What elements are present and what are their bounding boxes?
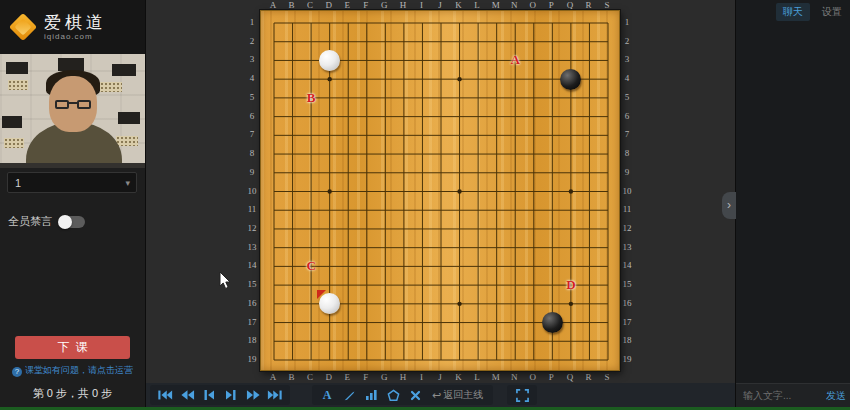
mouse-cursor <box>219 271 232 290</box>
coord-label: 13 <box>623 242 632 252</box>
coord-label: 11 <box>248 204 257 214</box>
help-link[interactable]: ?课堂如有问题，请点击运营 <box>0 364 145 377</box>
coord-label: 8 <box>625 148 630 158</box>
coord-label: J <box>438 0 442 10</box>
coord-label: F <box>363 372 368 382</box>
coord-label: 10 <box>248 186 257 196</box>
mute-all-label: 全员禁言 <box>8 214 52 229</box>
coord-label: 8 <box>250 148 255 158</box>
coord-label: 14 <box>248 260 257 270</box>
coord-label: 12 <box>248 223 257 233</box>
coord-label: 13 <box>248 242 257 252</box>
fullscreen-button[interactable] <box>511 386 533 404</box>
person-glasses <box>55 100 91 110</box>
coord-label: L <box>474 372 480 382</box>
shape-circle-tool[interactable] <box>382 386 404 404</box>
logo-domain: iqidao.com <box>44 32 107 41</box>
coord-label: I <box>420 0 423 10</box>
coord-label: S <box>604 0 609 10</box>
coord-label: O <box>530 372 537 382</box>
coord-label: 19 <box>248 354 257 364</box>
coord-label: N <box>511 0 518 10</box>
logo-bar: 爱棋道 iqidao.com <box>0 0 145 54</box>
tab-chat[interactable]: 聊天 <box>776 3 810 21</box>
coord-label: J <box>438 372 442 382</box>
coord-label: R <box>585 0 591 10</box>
coord-label: F <box>363 0 368 10</box>
coord-label: D <box>325 0 332 10</box>
rewind-button[interactable] <box>176 386 198 404</box>
mute-all-toggle[interactable] <box>59 216 85 228</box>
coord-label: 15 <box>248 279 257 289</box>
coord-label: 14 <box>623 260 632 270</box>
coord-label: Q <box>567 0 574 10</box>
chevron-right-icon: › <box>727 198 731 212</box>
mute-all-row: 全员禁言 <box>8 214 85 229</box>
help-text: 课堂如有问题，请点击运营 <box>25 365 133 375</box>
board-wood[interactable]: ABCD <box>260 10 620 371</box>
white-stone-D3 <box>319 50 340 71</box>
coord-label: C <box>307 0 313 10</box>
question-icon: ? <box>12 367 22 377</box>
coord-label: 16 <box>623 298 632 308</box>
coord-label: H <box>400 372 407 382</box>
webcam-video <box>0 54 145 168</box>
end-class-button[interactable]: 下课 <box>15 336 130 359</box>
coord-label: 12 <box>623 223 632 233</box>
coord-label: E <box>344 0 350 10</box>
desk-edge <box>0 163 145 168</box>
iqidao-classroom-app: 爱棋道 iqidao.com 1 ▾ 全员禁言 <box>0 0 850 410</box>
coord-label: 17 <box>248 317 257 327</box>
return-to-mainline-button[interactable]: ↩ 返回主线 <box>432 388 483 402</box>
coord-label: 4 <box>250 73 255 83</box>
left-sidebar: 爱棋道 iqidao.com 1 ▾ 全员禁言 <box>0 0 146 410</box>
coord-label: 18 <box>248 335 257 345</box>
view-group <box>507 385 537 405</box>
coord-label: P <box>549 372 554 382</box>
coord-label: R <box>585 372 591 382</box>
coord-label: 10 <box>623 186 632 196</box>
coord-label: P <box>549 0 554 10</box>
coord-label: K <box>455 0 462 10</box>
coord-label: 2 <box>625 36 630 46</box>
coord-label: N <box>511 372 518 382</box>
coord-label: K <box>455 372 462 382</box>
coord-label: M <box>492 0 500 10</box>
coord-label: C <box>307 372 313 382</box>
step-forward-button[interactable] <box>220 386 242 404</box>
skip-to-end-button[interactable] <box>264 386 286 404</box>
coord-label: I <box>420 372 423 382</box>
board-select-dropdown[interactable]: 1 ▾ <box>7 172 137 193</box>
tab-settings[interactable]: 设置 <box>818 3 846 21</box>
last-move-marker <box>317 290 326 299</box>
coord-label: Q <box>567 372 574 382</box>
chart-tool[interactable] <box>360 386 382 404</box>
coord-label: 9 <box>625 167 630 177</box>
coord-label: 17 <box>623 317 632 327</box>
dropdown-value: 1 <box>15 177 21 189</box>
board-area: ABCDEFGHIJKLMNOPQRS ABCDEFGHIJKLMNOPQRS … <box>146 0 735 383</box>
coord-label: A <box>270 0 277 10</box>
board-label-A: A <box>509 53 522 67</box>
pencil-tool[interactable] <box>338 386 360 404</box>
coord-label: A <box>270 372 277 382</box>
close-tool[interactable] <box>404 386 426 404</box>
board-label-C: C <box>305 259 318 273</box>
right-panel: 聊天 设置 › 发送 <box>735 0 850 410</box>
coord-label: H <box>400 0 407 10</box>
coord-label: 2 <box>250 36 255 46</box>
return-to-mainline-label: 返回主线 <box>443 388 483 402</box>
coord-label: 15 <box>623 279 632 289</box>
move-step-status: 第 0 步，共 0 步 <box>0 386 145 401</box>
letter-label-tool[interactable]: A <box>316 386 338 404</box>
annotation-group: A ↩ 返回主线 <box>312 385 493 405</box>
coord-label: S <box>604 372 609 382</box>
black-stone-P17 <box>542 312 563 333</box>
coord-label: 9 <box>250 167 255 177</box>
coord-label: G <box>381 0 388 10</box>
iqidao-logo-icon <box>10 14 36 40</box>
coord-label: D <box>325 372 332 382</box>
coord-label: 6 <box>625 111 630 121</box>
coord-label: 18 <box>623 335 632 345</box>
board-label-D: D <box>564 278 577 292</box>
skip-to-start-button[interactable] <box>154 386 176 404</box>
go-board: ABCDEFGHIJKLMNOPQRS ABCDEFGHIJKLMNOPQRS … <box>246 0 634 383</box>
right-panel-tabs: 聊天 设置 <box>776 3 846 21</box>
chat-input-bar: 发送 <box>736 383 850 407</box>
chevron-down-icon: ▾ <box>125 173 130 194</box>
coord-label: G <box>381 372 388 382</box>
return-arrow-icon: ↩ <box>432 389 441 402</box>
send-button[interactable]: 发送 <box>826 389 846 403</box>
toggle-knob <box>58 215 72 229</box>
coord-label: 11 <box>623 204 632 214</box>
coord-label: L <box>474 0 480 10</box>
coord-label: 5 <box>625 92 630 102</box>
chat-input[interactable] <box>741 389 822 402</box>
coord-label: M <box>492 372 500 382</box>
playback-group <box>150 385 290 405</box>
coord-label: 1 <box>625 17 630 27</box>
coord-label: 7 <box>625 129 630 139</box>
fast-forward-button[interactable] <box>242 386 264 404</box>
coord-label: B <box>289 0 295 10</box>
step-back-button[interactable] <box>198 386 220 404</box>
panel-collapse-handle[interactable]: › <box>722 192 736 219</box>
coord-label: 7 <box>250 129 255 139</box>
coord-label: 19 <box>623 354 632 364</box>
coord-label: 3 <box>625 54 630 64</box>
coord-label: E <box>344 372 350 382</box>
board-label-B: B <box>305 91 318 105</box>
coord-label: 6 <box>250 111 255 121</box>
bottom-toolbar: A ↩ 返回主线 <box>146 383 735 407</box>
coord-label: 4 <box>625 73 630 83</box>
coord-label: 1 <box>250 17 255 27</box>
coord-label: O <box>530 0 537 10</box>
logo-title: 爱棋道 <box>44 14 107 32</box>
coord-label: B <box>289 372 295 382</box>
coord-label: 3 <box>250 54 255 64</box>
coord-label: 16 <box>248 298 257 308</box>
black-stone-Q4 <box>560 69 581 90</box>
coord-label: 5 <box>250 92 255 102</box>
